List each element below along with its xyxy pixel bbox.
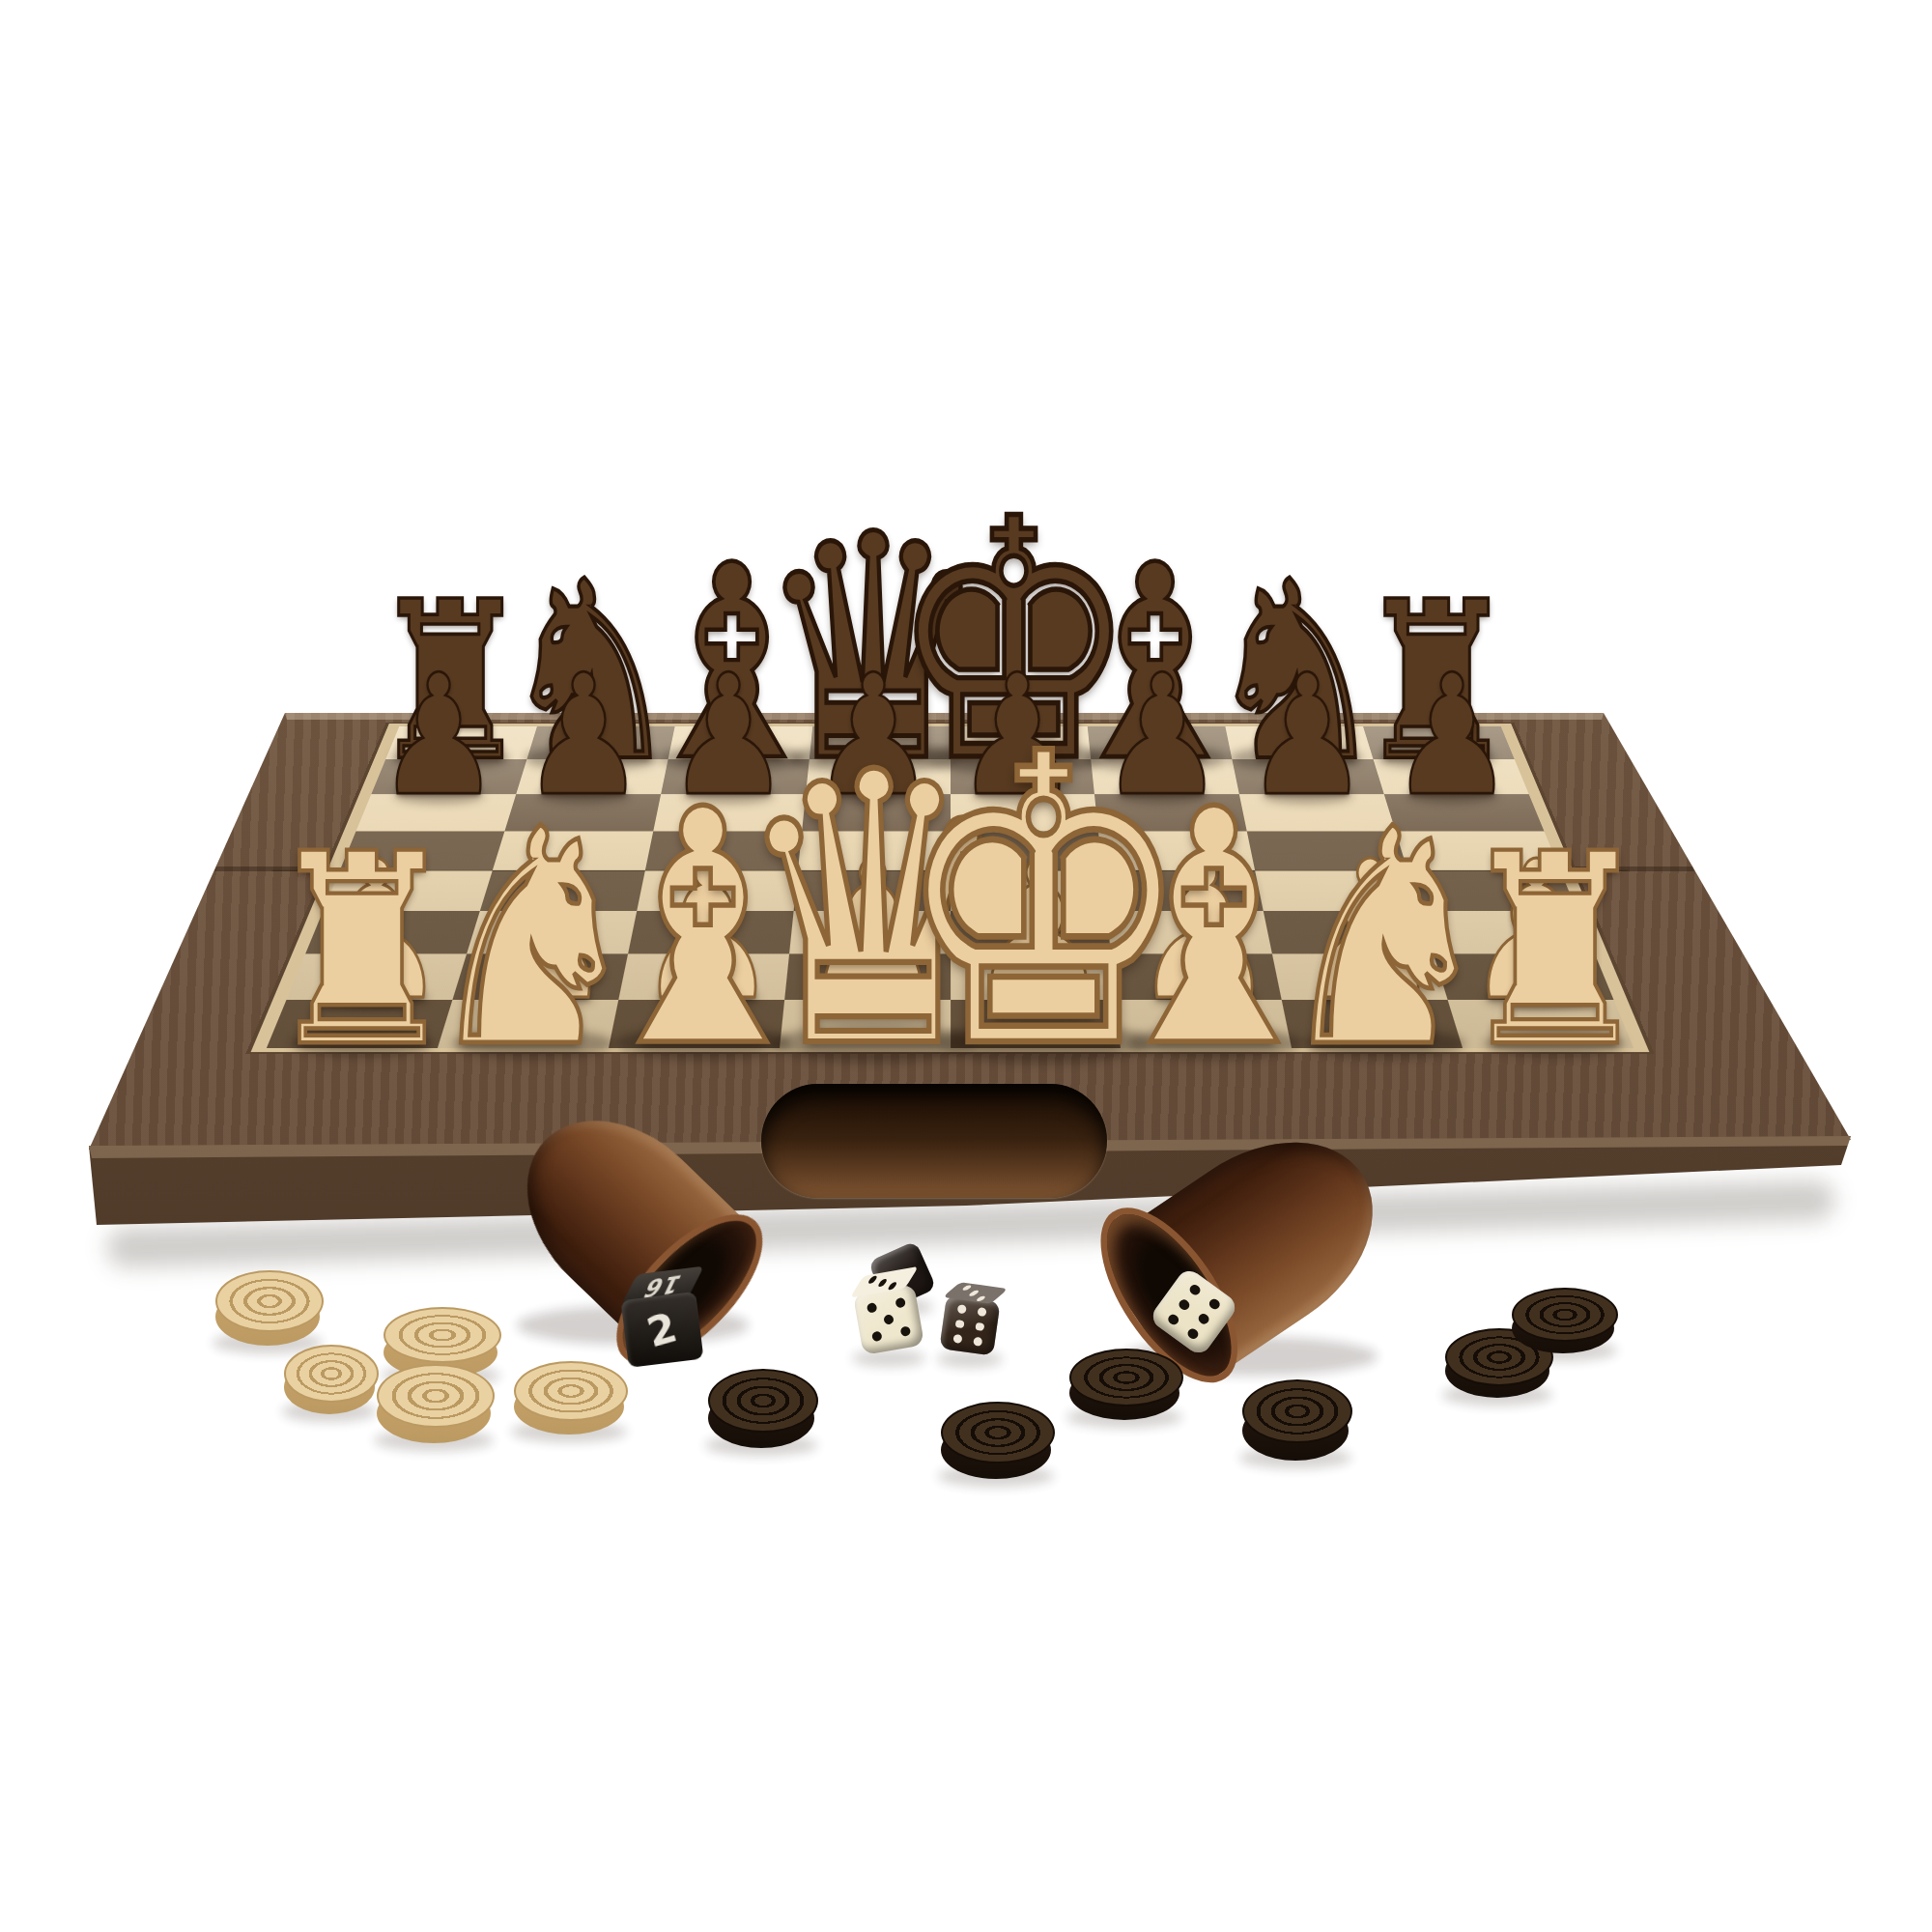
object-shadow [852, 1350, 926, 1367]
dark-checker-9[interactable] [1242, 1379, 1349, 1461]
die-pip [1166, 1313, 1180, 1327]
dark-checker-7[interactable] [941, 1402, 1051, 1479]
die-pip [887, 1282, 898, 1291]
dark-die-center[interactable] [939, 1294, 1000, 1355]
doubling-cube-front-value: 2 [642, 1303, 683, 1356]
die-pip [867, 1276, 879, 1285]
piece-white-r-h1[interactable]: ♜ [1444, 819, 1666, 1083]
checker-top [941, 1402, 1055, 1463]
die-pip [975, 1321, 984, 1331]
light-checker-5[interactable] [514, 1361, 624, 1435]
dark-checker-11[interactable] [1512, 1288, 1614, 1353]
checker-top [215, 1270, 324, 1332]
checker-top [284, 1345, 379, 1403]
checker-top [377, 1364, 495, 1428]
die-pip [867, 1302, 878, 1314]
die-pip [877, 1279, 889, 1288]
doubling-cube-front-face: 2 [621, 1292, 704, 1368]
dark-die-center-top-face [943, 1283, 1009, 1305]
checker-top [514, 1361, 628, 1421]
die-pip [955, 1320, 965, 1329]
die-pip [899, 1325, 911, 1337]
die-pip [973, 1337, 982, 1347]
die-pip [976, 1296, 987, 1302]
checker-top [708, 1369, 818, 1433]
die-pip [977, 1307, 986, 1317]
die-pip [1178, 1297, 1192, 1312]
light-checker-4[interactable] [377, 1364, 491, 1443]
die-pip [1207, 1296, 1221, 1311]
light-checker-2[interactable] [284, 1345, 375, 1414]
die-pip [961, 1286, 973, 1292]
die-pip [895, 1297, 906, 1309]
die-pip [953, 1334, 963, 1344]
light-checker-1[interactable] [215, 1270, 320, 1346]
die-pip [1196, 1312, 1210, 1326]
die-pip [1185, 1326, 1200, 1341]
checker-top [1242, 1379, 1352, 1443]
dark-checker-8[interactable] [1069, 1349, 1179, 1420]
white-die-center[interactable] [853, 1284, 924, 1355]
die-pip [957, 1304, 967, 1314]
die-pip [969, 1291, 980, 1296]
doubling-cube[interactable]: 16 2 [617, 1266, 711, 1369]
die-pip [871, 1330, 883, 1342]
die-pip [883, 1314, 895, 1325]
checker-top [1069, 1349, 1183, 1406]
product-photo-scene: ♜♞♝♛♚♝♞♜♟♟♟♟♟♟♟♟♟♟♟♟♟♟♟♟♜♞♝♛♚♝♞♜ 16 2 [0, 0, 1932, 1932]
checker-top [1512, 1288, 1618, 1342]
die-pip [1188, 1283, 1203, 1297]
dark-checker-6[interactable] [708, 1369, 814, 1448]
checker-top [384, 1307, 501, 1363]
